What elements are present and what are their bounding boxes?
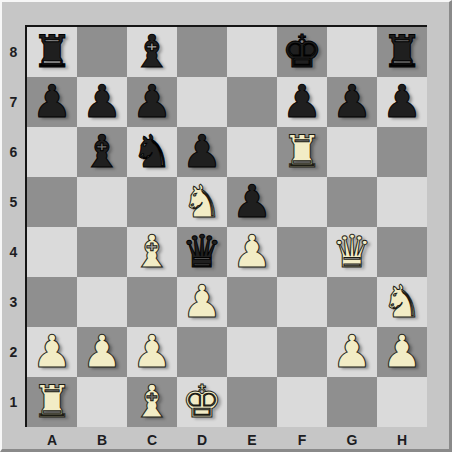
square-h7[interactable]: ♟ bbox=[377, 77, 427, 127]
square-e2[interactable] bbox=[227, 327, 277, 377]
rank-label-5: 5 bbox=[2, 177, 25, 227]
chessboard-panel: 87654321 ♜♝♚♜♟♟♟♟♟♟♝♞♟♜♞♟♝♛♟♛♟♞♟♟♟♟♟♜♝♚ … bbox=[0, 0, 452, 452]
square-f3[interactable] bbox=[277, 277, 327, 327]
square-d5[interactable]: ♞ bbox=[177, 177, 227, 227]
square-a1[interactable]: ♜ bbox=[27, 377, 77, 427]
file-label-h: H bbox=[377, 429, 427, 451]
rank-label-7: 7 bbox=[2, 77, 25, 127]
file-label-e: E bbox=[227, 429, 277, 451]
piece-black-pawn[interactable]: ♟ bbox=[382, 77, 422, 127]
square-b8[interactable] bbox=[77, 27, 127, 77]
square-a8[interactable]: ♜ bbox=[27, 27, 77, 77]
piece-white-pawn[interactable]: ♟ bbox=[332, 327, 372, 377]
square-d3[interactable]: ♟ bbox=[177, 277, 227, 327]
square-a5[interactable] bbox=[27, 177, 77, 227]
square-g2[interactable]: ♟ bbox=[327, 327, 377, 377]
square-e5[interactable]: ♟ bbox=[227, 177, 277, 227]
square-e7[interactable] bbox=[227, 77, 277, 127]
piece-black-pawn[interactable]: ♟ bbox=[282, 77, 322, 127]
square-h2[interactable]: ♟ bbox=[377, 327, 427, 377]
piece-black-bishop[interactable]: ♝ bbox=[132, 27, 172, 77]
square-d1[interactable]: ♚ bbox=[177, 377, 227, 427]
piece-white-bishop[interactable]: ♝ bbox=[132, 377, 172, 427]
square-g8[interactable] bbox=[327, 27, 377, 77]
square-e4[interactable]: ♟ bbox=[227, 227, 277, 277]
piece-white-pawn[interactable]: ♟ bbox=[382, 327, 422, 377]
square-g3[interactable] bbox=[327, 277, 377, 327]
piece-black-pawn[interactable]: ♟ bbox=[182, 127, 222, 177]
rank-label-4: 4 bbox=[2, 227, 25, 277]
square-a6[interactable] bbox=[27, 127, 77, 177]
rank-label-2: 2 bbox=[2, 327, 25, 377]
square-b4[interactable] bbox=[77, 227, 127, 277]
square-c6[interactable]: ♞ bbox=[127, 127, 177, 177]
piece-black-pawn[interactable]: ♟ bbox=[132, 77, 172, 127]
square-b3[interactable] bbox=[77, 277, 127, 327]
file-label-g: G bbox=[327, 429, 377, 451]
square-d6[interactable]: ♟ bbox=[177, 127, 227, 177]
square-c5[interactable] bbox=[127, 177, 177, 227]
file-label-a: A bbox=[27, 429, 77, 451]
file-label-b: B bbox=[77, 429, 127, 451]
square-f2[interactable] bbox=[277, 327, 327, 377]
square-b2[interactable]: ♟ bbox=[77, 327, 127, 377]
square-f6[interactable]: ♜ bbox=[277, 127, 327, 177]
square-c8[interactable]: ♝ bbox=[127, 27, 177, 77]
file-label-d: D bbox=[177, 429, 227, 451]
piece-white-knight[interactable]: ♞ bbox=[382, 277, 422, 327]
piece-black-rook[interactable]: ♜ bbox=[382, 27, 422, 77]
piece-white-pawn[interactable]: ♟ bbox=[182, 277, 222, 327]
square-e6[interactable] bbox=[227, 127, 277, 177]
piece-black-bishop[interactable]: ♝ bbox=[82, 127, 122, 177]
rank-label-1: 1 bbox=[2, 377, 25, 427]
piece-white-queen[interactable]: ♛ bbox=[332, 227, 372, 277]
square-b6[interactable]: ♝ bbox=[77, 127, 127, 177]
piece-black-rook[interactable]: ♜ bbox=[32, 27, 72, 77]
square-f8[interactable]: ♚ bbox=[277, 27, 327, 77]
square-g1[interactable] bbox=[327, 377, 377, 427]
square-c3[interactable] bbox=[127, 277, 177, 327]
square-g6[interactable] bbox=[327, 127, 377, 177]
piece-white-pawn[interactable]: ♟ bbox=[82, 327, 122, 377]
piece-black-pawn[interactable]: ♟ bbox=[82, 77, 122, 127]
rank-labels: 87654321 bbox=[2, 27, 25, 427]
square-h8[interactable]: ♜ bbox=[377, 27, 427, 77]
square-h5[interactable] bbox=[377, 177, 427, 227]
square-e3[interactable] bbox=[227, 277, 277, 327]
square-b1[interactable] bbox=[77, 377, 127, 427]
square-g4[interactable]: ♛ bbox=[327, 227, 377, 277]
file-label-c: C bbox=[127, 429, 177, 451]
square-f5[interactable] bbox=[277, 177, 327, 227]
square-e8[interactable] bbox=[227, 27, 277, 77]
file-labels: ABCDEFGH bbox=[27, 429, 427, 451]
piece-white-king[interactable]: ♚ bbox=[182, 377, 222, 427]
square-g5[interactable] bbox=[327, 177, 377, 227]
square-h4[interactable] bbox=[377, 227, 427, 277]
square-d8[interactable] bbox=[177, 27, 227, 77]
square-e1[interactable] bbox=[227, 377, 277, 427]
square-a7[interactable]: ♟ bbox=[27, 77, 77, 127]
square-d4[interactable]: ♛ bbox=[177, 227, 227, 277]
square-d2[interactable] bbox=[177, 327, 227, 377]
piece-black-knight[interactable]: ♞ bbox=[132, 127, 172, 177]
piece-white-knight[interactable]: ♞ bbox=[182, 177, 222, 227]
rank-label-3: 3 bbox=[2, 277, 25, 327]
piece-black-pawn[interactable]: ♟ bbox=[332, 77, 372, 127]
piece-black-pawn[interactable]: ♟ bbox=[32, 77, 72, 127]
piece-white-rook[interactable]: ♜ bbox=[32, 377, 72, 427]
rank-label-8: 8 bbox=[2, 27, 25, 77]
square-b5[interactable] bbox=[77, 177, 127, 227]
square-d7[interactable] bbox=[177, 77, 227, 127]
chess-board: ♜♝♚♜♟♟♟♟♟♟♝♞♟♜♞♟♝♛♟♛♟♞♟♟♟♟♟♜♝♚ bbox=[25, 25, 427, 427]
square-h6[interactable] bbox=[377, 127, 427, 177]
piece-white-pawn[interactable]: ♟ bbox=[132, 327, 172, 377]
square-h1[interactable] bbox=[377, 377, 427, 427]
file-label-f: F bbox=[277, 429, 327, 451]
square-c1[interactable]: ♝ bbox=[127, 377, 177, 427]
square-c4[interactable]: ♝ bbox=[127, 227, 177, 277]
square-h3[interactable]: ♞ bbox=[377, 277, 427, 327]
piece-black-pawn[interactable]: ♟ bbox=[232, 177, 272, 227]
piece-white-pawn[interactable]: ♟ bbox=[32, 327, 72, 377]
square-g7[interactable]: ♟ bbox=[327, 77, 377, 127]
square-f7[interactable]: ♟ bbox=[277, 77, 327, 127]
piece-white-bishop[interactable]: ♝ bbox=[132, 227, 172, 277]
rank-label-6: 6 bbox=[2, 127, 25, 177]
square-a3[interactable] bbox=[27, 277, 77, 327]
square-a2[interactable]: ♟ bbox=[27, 327, 77, 377]
square-a4[interactable] bbox=[27, 227, 77, 277]
square-b7[interactable]: ♟ bbox=[77, 77, 127, 127]
piece-white-pawn[interactable]: ♟ bbox=[232, 227, 272, 277]
square-f1[interactable] bbox=[277, 377, 327, 427]
piece-black-queen[interactable]: ♛ bbox=[182, 227, 222, 277]
square-c2[interactable]: ♟ bbox=[127, 327, 177, 377]
piece-black-king[interactable]: ♚ bbox=[282, 27, 322, 77]
square-f4[interactable] bbox=[277, 227, 327, 277]
square-c7[interactable]: ♟ bbox=[127, 77, 177, 127]
piece-white-rook[interactable]: ♜ bbox=[282, 127, 322, 177]
